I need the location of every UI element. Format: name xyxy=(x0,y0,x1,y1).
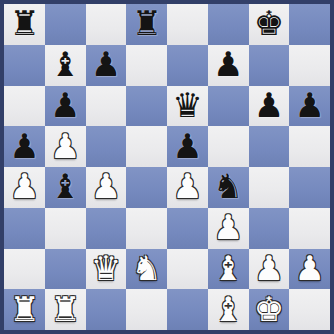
square-a4[interactable]: ♟ xyxy=(4,167,45,208)
square-d5[interactable] xyxy=(126,126,167,167)
square-e8[interactable] xyxy=(167,4,208,45)
square-f6[interactable] xyxy=(208,86,249,127)
square-a1[interactable]: ♜ xyxy=(4,289,45,330)
piece-white-pawn: ♟ xyxy=(254,251,284,285)
square-h3[interactable] xyxy=(289,208,330,249)
square-f1[interactable]: ♝ xyxy=(208,289,249,330)
piece-black-pawn: ♟ xyxy=(213,47,243,81)
square-h1[interactable] xyxy=(289,289,330,330)
square-d4[interactable] xyxy=(126,167,167,208)
square-a8[interactable]: ♜ xyxy=(4,4,45,45)
piece-white-pawn: ♟ xyxy=(9,169,39,203)
chess-board: ♜♜♚♝♟♟♟♛♟♟♟♟♟♟♝♟♟♞♟♛♞♝♟♟♜♜♝♚ xyxy=(4,4,330,330)
square-e1[interactable] xyxy=(167,289,208,330)
square-c6[interactable] xyxy=(86,86,127,127)
square-b7[interactable]: ♝ xyxy=(45,45,86,86)
square-g3[interactable] xyxy=(249,208,290,249)
square-d6[interactable] xyxy=(126,86,167,127)
square-a2[interactable] xyxy=(4,249,45,290)
square-h8[interactable] xyxy=(289,4,330,45)
piece-black-pawn: ♟ xyxy=(294,88,324,122)
square-e3[interactable] xyxy=(167,208,208,249)
square-a7[interactable] xyxy=(4,45,45,86)
square-g6[interactable]: ♟ xyxy=(249,86,290,127)
square-g4[interactable] xyxy=(249,167,290,208)
square-d8[interactable]: ♜ xyxy=(126,4,167,45)
square-c2[interactable]: ♛ xyxy=(86,249,127,290)
piece-black-pawn: ♟ xyxy=(254,88,284,122)
piece-white-rook: ♜ xyxy=(9,292,39,326)
square-e4[interactable]: ♟ xyxy=(167,167,208,208)
piece-black-rook: ♜ xyxy=(9,6,39,40)
board-frame: ♜♜♚♝♟♟♟♛♟♟♟♟♟♟♝♟♟♞♟♛♞♝♟♟♜♜♝♚ xyxy=(0,0,334,334)
square-h4[interactable] xyxy=(289,167,330,208)
square-f3[interactable]: ♟ xyxy=(208,208,249,249)
piece-white-pawn: ♟ xyxy=(172,169,202,203)
piece-white-pawn: ♟ xyxy=(50,129,80,163)
piece-white-bishop: ♝ xyxy=(213,251,243,285)
square-g2[interactable]: ♟ xyxy=(249,249,290,290)
piece-white-pawn: ♟ xyxy=(294,251,324,285)
piece-black-pawn: ♟ xyxy=(91,47,121,81)
square-f7[interactable]: ♟ xyxy=(208,45,249,86)
square-h6[interactable]: ♟ xyxy=(289,86,330,127)
piece-black-pawn: ♟ xyxy=(172,129,202,163)
square-e5[interactable]: ♟ xyxy=(167,126,208,167)
piece-black-queen: ♛ xyxy=(172,88,202,122)
square-f2[interactable]: ♝ xyxy=(208,249,249,290)
piece-white-bishop: ♝ xyxy=(213,292,243,326)
square-e2[interactable] xyxy=(167,249,208,290)
square-c3[interactable] xyxy=(86,208,127,249)
square-c4[interactable]: ♟ xyxy=(86,167,127,208)
square-b5[interactable]: ♟ xyxy=(45,126,86,167)
piece-black-pawn: ♟ xyxy=(50,88,80,122)
square-c1[interactable] xyxy=(86,289,127,330)
piece-white-pawn: ♟ xyxy=(213,210,243,244)
square-a3[interactable] xyxy=(4,208,45,249)
square-d3[interactable] xyxy=(126,208,167,249)
square-h2[interactable]: ♟ xyxy=(289,249,330,290)
square-a5[interactable]: ♟ xyxy=(4,126,45,167)
piece-white-king: ♚ xyxy=(254,292,284,326)
square-f8[interactable] xyxy=(208,4,249,45)
piece-black-king: ♚ xyxy=(254,6,284,40)
piece-black-rook: ♜ xyxy=(131,6,161,40)
square-e6[interactable]: ♛ xyxy=(167,86,208,127)
square-d2[interactable]: ♞ xyxy=(126,249,167,290)
square-b8[interactable] xyxy=(45,4,86,45)
square-b1[interactable]: ♜ xyxy=(45,289,86,330)
piece-black-bishop: ♝ xyxy=(50,47,80,81)
square-b4[interactable]: ♝ xyxy=(45,167,86,208)
square-g8[interactable]: ♚ xyxy=(249,4,290,45)
square-b2[interactable] xyxy=(45,249,86,290)
square-f4[interactable]: ♞ xyxy=(208,167,249,208)
piece-white-rook: ♜ xyxy=(50,292,80,326)
square-h5[interactable] xyxy=(289,126,330,167)
piece-white-pawn: ♟ xyxy=(91,169,121,203)
square-f5[interactable] xyxy=(208,126,249,167)
piece-white-queen: ♛ xyxy=(91,251,121,285)
square-g5[interactable] xyxy=(249,126,290,167)
square-a6[interactable] xyxy=(4,86,45,127)
square-c8[interactable] xyxy=(86,4,127,45)
square-e7[interactable] xyxy=(167,45,208,86)
square-h7[interactable] xyxy=(289,45,330,86)
square-g7[interactable] xyxy=(249,45,290,86)
square-c7[interactable]: ♟ xyxy=(86,45,127,86)
square-d7[interactable] xyxy=(126,45,167,86)
piece-black-knight: ♞ xyxy=(213,169,243,203)
piece-black-bishop: ♝ xyxy=(50,169,80,203)
square-b6[interactable]: ♟ xyxy=(45,86,86,127)
piece-white-knight: ♞ xyxy=(131,251,161,285)
square-d1[interactable] xyxy=(126,289,167,330)
square-g1[interactable]: ♚ xyxy=(249,289,290,330)
piece-black-pawn: ♟ xyxy=(9,129,39,163)
square-b3[interactable] xyxy=(45,208,86,249)
square-c5[interactable] xyxy=(86,126,127,167)
